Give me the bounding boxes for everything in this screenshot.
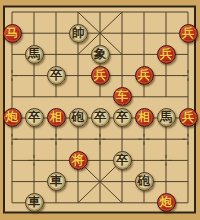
intersection[interactable] — [111, 23, 133, 44]
intersection[interactable] — [67, 129, 89, 150]
piece-ivory-pawn[interactable]: 卒 — [25, 108, 44, 127]
intersection[interactable]: 卒 — [111, 107, 133, 128]
piece-red-cannon[interactable]: 炮 — [157, 193, 176, 212]
intersection[interactable]: 馬 — [155, 107, 177, 128]
intersection[interactable]: 車 — [45, 171, 67, 192]
piece-ivory-horse[interactable]: 馬 — [25, 45, 44, 64]
intersection[interactable] — [177, 44, 199, 65]
piece-red-chariot[interactable]: 车 — [113, 87, 132, 106]
piece-red-pawn[interactable]: 兵 — [135, 66, 154, 85]
intersection[interactable]: 兵 — [177, 107, 199, 128]
piece-red-elephant[interactable]: 相 — [135, 108, 154, 127]
intersection[interactable]: 兵 — [177, 23, 199, 44]
intersection[interactable]: 卒 — [23, 107, 45, 128]
intersection[interactable] — [111, 65, 133, 86]
intersection[interactable] — [155, 65, 177, 86]
intersection[interactable]: 兵 — [155, 44, 177, 65]
intersection[interactable] — [177, 65, 199, 86]
intersection[interactable] — [67, 65, 89, 86]
intersection[interactable] — [23, 23, 45, 44]
intersection[interactable] — [45, 150, 67, 171]
intersection[interactable] — [111, 1, 133, 22]
intersection[interactable]: 将 — [67, 150, 89, 171]
piece-red-pawn[interactable]: 兵 — [91, 66, 110, 85]
intersection[interactable] — [23, 150, 45, 171]
intersection[interactable]: 炮 — [1, 107, 23, 128]
intersection[interactable] — [177, 129, 199, 150]
intersection[interactable] — [67, 44, 89, 65]
intersection[interactable] — [111, 44, 133, 65]
intersection[interactable] — [23, 65, 45, 86]
intersection[interactable] — [155, 1, 177, 22]
intersection[interactable] — [1, 171, 23, 192]
intersection[interactable]: 相 — [45, 107, 67, 128]
piece-red-horse[interactable]: 马 — [3, 24, 22, 43]
intersection[interactable] — [155, 23, 177, 44]
piece-red-pawn[interactable]: 兵 — [179, 24, 198, 43]
intersection[interactable]: 兵 — [89, 65, 111, 86]
intersection[interactable] — [45, 192, 67, 213]
intersection[interactable] — [155, 150, 177, 171]
intersection[interactable] — [23, 129, 45, 150]
intersection[interactable]: 車 — [23, 192, 45, 213]
intersection[interactable]: 卒 — [45, 65, 67, 86]
piece-red-general[interactable]: 将 — [69, 151, 88, 170]
piece-ivory-cannon[interactable]: 砲 — [69, 108, 88, 127]
intersection[interactable] — [133, 192, 155, 213]
intersection[interactable] — [89, 1, 111, 22]
intersection[interactable] — [1, 192, 23, 213]
intersection[interactable] — [133, 86, 155, 107]
piece-red-pawn[interactable]: 兵 — [157, 45, 176, 64]
intersection[interactable] — [177, 192, 199, 213]
piece-ivory-pawn[interactable]: 卒 — [113, 108, 132, 127]
intersection[interactable]: 车 — [111, 86, 133, 107]
piece-red-cannon[interactable]: 炮 — [3, 108, 22, 127]
intersection[interactable] — [1, 129, 23, 150]
intersection[interactable] — [67, 192, 89, 213]
xiangqi-board: 马帥兵馬象兵卒兵兵车炮卒相砲卒卒相馬兵将卒車砲車炮 — [0, 0, 200, 220]
intersection[interactable]: 卒 — [111, 150, 133, 171]
piece-red-elephant[interactable]: 相 — [47, 108, 66, 127]
intersection[interactable] — [133, 1, 155, 22]
intersection[interactable] — [67, 171, 89, 192]
intersection[interactable]: 兵 — [133, 65, 155, 86]
intersection[interactable] — [89, 192, 111, 213]
piece-red-pawn[interactable]: 兵 — [179, 108, 198, 127]
intersection[interactable] — [1, 65, 23, 86]
piece-ivory-chariot[interactable]: 車 — [47, 172, 66, 191]
intersection[interactable] — [155, 171, 177, 192]
piece-ivory-general[interactable]: 帥 — [69, 24, 88, 43]
intersection[interactable]: 象 — [89, 44, 111, 65]
piece-ivory-elephant[interactable]: 象 — [91, 45, 110, 64]
intersection[interactable] — [133, 44, 155, 65]
intersection[interactable] — [1, 1, 23, 22]
intersection[interactable] — [177, 150, 199, 171]
intersection[interactable] — [177, 171, 199, 192]
piece-ivory-pawn[interactable]: 卒 — [91, 108, 110, 127]
piece-ivory-pawn[interactable]: 卒 — [47, 66, 66, 85]
piece-ivory-chariot[interactable]: 車 — [25, 193, 44, 212]
intersection[interactable] — [89, 129, 111, 150]
intersection[interactable] — [45, 129, 67, 150]
intersection[interactable] — [89, 86, 111, 107]
intersection[interactable] — [89, 171, 111, 192]
intersection[interactable] — [177, 86, 199, 107]
intersection[interactable] — [155, 129, 177, 150]
intersection[interactable]: 马 — [1, 23, 23, 44]
intersection[interactable] — [1, 44, 23, 65]
intersection[interactable] — [133, 150, 155, 171]
intersection[interactable] — [45, 44, 67, 65]
intersection[interactable] — [1, 150, 23, 171]
intersection[interactable] — [155, 86, 177, 107]
piece-ivory-cannon[interactable]: 砲 — [135, 172, 154, 191]
intersection[interactable]: 馬 — [23, 44, 45, 65]
intersection[interactable] — [45, 1, 67, 22]
intersection[interactable] — [67, 1, 89, 22]
intersection[interactable] — [133, 129, 155, 150]
intersection[interactable] — [133, 23, 155, 44]
intersection[interactable] — [23, 86, 45, 107]
piece-ivory-horse[interactable]: 馬 — [157, 108, 176, 127]
intersection[interactable] — [111, 129, 133, 150]
intersection[interactable] — [23, 171, 45, 192]
intersection[interactable]: 砲 — [133, 171, 155, 192]
piece-ivory-pawn[interactable]: 卒 — [113, 151, 132, 170]
intersection[interactable]: 帥 — [67, 23, 89, 44]
intersection[interactable] — [111, 192, 133, 213]
intersection[interactable] — [45, 23, 67, 44]
intersection[interactable]: 卒 — [89, 107, 111, 128]
intersection[interactable] — [111, 171, 133, 192]
intersection[interactable] — [45, 86, 67, 107]
intersection[interactable] — [89, 150, 111, 171]
intersection[interactable] — [89, 23, 111, 44]
intersection[interactable]: 炮 — [155, 192, 177, 213]
intersection[interactable] — [67, 86, 89, 107]
intersection[interactable] — [1, 86, 23, 107]
intersection[interactable]: 相 — [133, 107, 155, 128]
board-intersections: 马帥兵馬象兵卒兵兵车炮卒相砲卒卒相馬兵将卒車砲車炮 — [1, 1, 199, 213]
intersection[interactable]: 砲 — [67, 107, 89, 128]
intersection[interactable] — [177, 1, 199, 22]
intersection[interactable] — [23, 1, 45, 22]
